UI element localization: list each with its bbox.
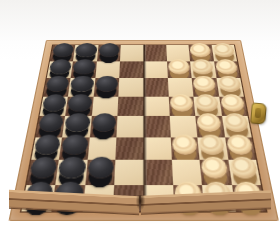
- square-r7c3[interactable]: [85, 160, 115, 185]
- square-r7c5[interactable]: [144, 160, 173, 185]
- square-r6c5[interactable]: [144, 137, 172, 160]
- white-piece[interactable]: [212, 44, 235, 58]
- square-r2c4[interactable]: [119, 61, 143, 78]
- white-piece[interactable]: [172, 135, 198, 155]
- white-piece[interactable]: [223, 114, 250, 132]
- playing-area: [20, 45, 268, 213]
- white-piece[interactable]: [215, 59, 239, 74]
- white-piece[interactable]: [193, 76, 217, 92]
- square-r6c4[interactable]: [116, 137, 144, 160]
- square-r3c4[interactable]: [118, 78, 143, 96]
- product-photo: Folding wooden checkers board with dark …: [0, 0, 280, 243]
- white-piece[interactable]: [217, 76, 242, 92]
- square-r7c6[interactable]: [172, 160, 202, 185]
- white-piece[interactable]: [195, 94, 220, 111]
- square-r7c2[interactable]: [56, 160, 88, 185]
- black-piece[interactable]: [49, 59, 73, 74]
- square-r7c4[interactable]: [114, 160, 143, 185]
- black-piece[interactable]: [58, 157, 86, 178]
- black-piece[interactable]: [42, 94, 68, 111]
- square-r5c3[interactable]: [90, 116, 118, 137]
- square-r7c8[interactable]: [228, 160, 261, 185]
- square-r5c4[interactable]: [117, 116, 144, 137]
- square-r4c6[interactable]: [169, 96, 196, 116]
- square-r4c4[interactable]: [118, 96, 144, 116]
- brass-clasp: [250, 102, 267, 124]
- white-piece[interactable]: [191, 59, 214, 74]
- square-r7c1[interactable]: [27, 160, 60, 185]
- black-piece[interactable]: [87, 157, 114, 178]
- black-piece[interactable]: [67, 94, 92, 111]
- square-r1c5[interactable]: [144, 45, 167, 61]
- black-piece[interactable]: [34, 135, 62, 155]
- black-piece[interactable]: [52, 44, 75, 58]
- white-piece[interactable]: [170, 94, 194, 111]
- white-piece[interactable]: [168, 59, 190, 74]
- white-piece[interactable]: [201, 157, 229, 178]
- black-piece[interactable]: [70, 76, 94, 92]
- square-r4c5[interactable]: [144, 96, 170, 116]
- box-front-gap: [136, 195, 145, 210]
- square-r2c6[interactable]: [167, 61, 192, 78]
- square-r6c6[interactable]: [171, 137, 200, 160]
- white-piece[interactable]: [199, 135, 226, 155]
- square-r6c1[interactable]: [31, 137, 62, 160]
- white-piece[interactable]: [190, 44, 212, 58]
- black-piece[interactable]: [95, 76, 118, 92]
- black-piece[interactable]: [38, 114, 65, 132]
- white-piece[interactable]: [220, 94, 246, 111]
- black-piece[interactable]: [91, 114, 116, 132]
- white-piece[interactable]: [197, 114, 223, 132]
- square-r2c5[interactable]: [144, 61, 168, 78]
- black-piece[interactable]: [29, 157, 58, 178]
- square-r7c7[interactable]: [200, 160, 232, 185]
- black-piece[interactable]: [73, 59, 96, 74]
- square-r1c4[interactable]: [120, 45, 143, 61]
- white-piece[interactable]: [226, 135, 254, 155]
- black-piece[interactable]: [61, 135, 88, 155]
- square-r5c5[interactable]: [144, 116, 171, 137]
- square-r3c3[interactable]: [93, 78, 119, 96]
- black-piece[interactable]: [75, 44, 97, 58]
- black-piece[interactable]: [65, 114, 91, 132]
- square-r3c5[interactable]: [144, 78, 169, 96]
- white-piece[interactable]: [229, 157, 258, 178]
- square-r1c3[interactable]: [97, 45, 121, 61]
- black-piece[interactable]: [98, 44, 120, 58]
- black-piece[interactable]: [45, 76, 70, 92]
